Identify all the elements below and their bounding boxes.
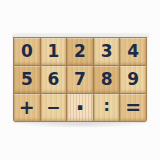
block-glyph: : bbox=[103, 98, 109, 114]
block-glyph: 0 bbox=[21, 43, 33, 60]
product-photo: 0123456789+−·:= bbox=[0, 0, 160, 160]
block-8: 8 bbox=[94, 66, 120, 93]
block-6: 6 bbox=[41, 66, 67, 93]
block-1: 1 bbox=[41, 38, 67, 65]
block-glyph: + bbox=[19, 98, 35, 117]
block-glyph: − bbox=[46, 99, 60, 116]
block-glyph: 8 bbox=[101, 71, 113, 88]
block-glyph: 2 bbox=[74, 43, 86, 60]
block-3: 3 bbox=[94, 38, 120, 65]
block-tray: 0123456789+−·:= bbox=[13, 37, 147, 122]
block-0: 0 bbox=[14, 38, 40, 65]
block-glyph: 3 bbox=[101, 43, 113, 60]
block-dot: · bbox=[67, 94, 93, 121]
block-glyph: · bbox=[75, 95, 84, 119]
block-plus: + bbox=[14, 94, 40, 121]
block-2: 2 bbox=[67, 38, 93, 65]
block-glyph: 7 bbox=[74, 71, 86, 88]
block-glyph: 4 bbox=[127, 43, 139, 60]
block-5: 5 bbox=[14, 66, 40, 93]
block-glyph: 6 bbox=[47, 71, 59, 88]
drop-shadow bbox=[16, 121, 144, 128]
block-glyph: 5 bbox=[21, 71, 33, 88]
block-colon: : bbox=[94, 94, 120, 121]
block-9: 9 bbox=[120, 66, 146, 93]
block-glyph: 1 bbox=[47, 43, 59, 60]
block-minus: − bbox=[41, 94, 67, 121]
block-4: 4 bbox=[120, 38, 146, 65]
block-glyph: 9 bbox=[127, 71, 139, 88]
block-7: 7 bbox=[67, 66, 93, 93]
block-glyph: = bbox=[125, 98, 141, 117]
block-equals: = bbox=[120, 94, 146, 121]
